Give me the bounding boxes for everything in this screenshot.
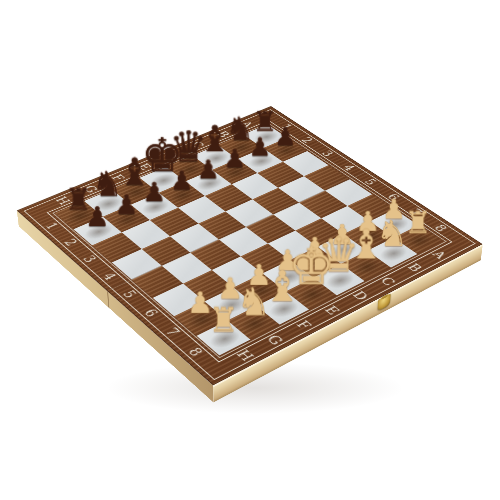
chess-board: HGFEDCBA HGFEDCBA 12345678 12345678 ♜♞♝♚… [17,106,483,386]
perspective-container: HGFEDCBA HGFEDCBA 12345678 12345678 ♜♞♝♚… [0,0,500,500]
product-photo-stage: HGFEDCBA HGFEDCBA 12345678 12345678 ♜♞♝♚… [0,0,500,500]
